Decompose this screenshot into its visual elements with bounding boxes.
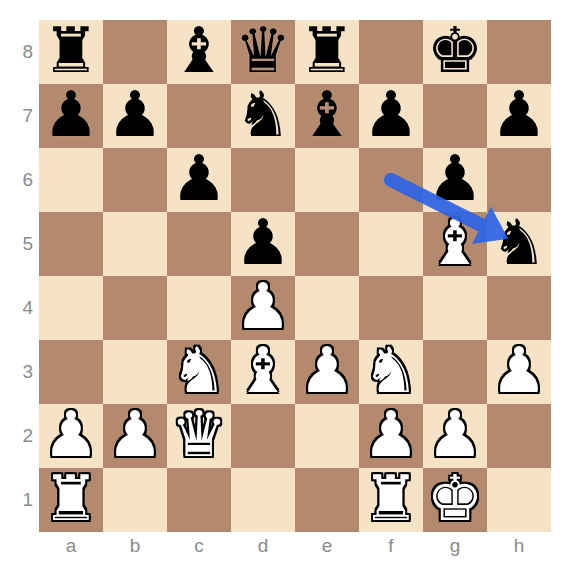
square-h6[interactable] xyxy=(487,148,551,212)
piece-black-pawn[interactable]: ♟ xyxy=(171,147,227,210)
file-label-f: f xyxy=(359,532,423,560)
piece-white-pawn[interactable]: ♟ xyxy=(235,275,291,338)
square-e3[interactable]: ♟ xyxy=(295,340,359,404)
piece-white-bishop[interactable]: ♝ xyxy=(427,211,483,274)
rank-labels: 87654321 xyxy=(0,20,33,532)
piece-black-bishop[interactable]: ♝ xyxy=(299,83,355,146)
square-d4[interactable]: ♟ xyxy=(231,276,295,340)
piece-black-bishop[interactable]: ♝ xyxy=(171,19,227,82)
square-a7[interactable]: ♟ xyxy=(39,84,103,148)
square-g2[interactable]: ♟ xyxy=(423,404,487,468)
piece-white-pawn[interactable]: ♟ xyxy=(427,403,483,466)
piece-black-knight[interactable]: ♞ xyxy=(235,83,291,146)
piece-white-pawn[interactable]: ♟ xyxy=(107,403,163,466)
file-label-g: g xyxy=(423,532,487,560)
square-f5[interactable] xyxy=(359,212,423,276)
square-a3[interactable] xyxy=(39,340,103,404)
square-b2[interactable]: ♟ xyxy=(103,404,167,468)
file-label-a: a xyxy=(39,532,103,560)
square-h2[interactable] xyxy=(487,404,551,468)
square-e5[interactable] xyxy=(295,212,359,276)
square-a1[interactable]: ♜ xyxy=(39,468,103,532)
square-f6[interactable] xyxy=(359,148,423,212)
square-h4[interactable] xyxy=(487,276,551,340)
file-label-h: h xyxy=(487,532,551,560)
chess-board-screenshot: 87654321 ♜♝♛♜♚♟♟♞♝♟♟♟♟♟♝♞♟♞♝♟♞♟♟♟♛♟♟♜♜♚ … xyxy=(0,0,568,562)
square-b7[interactable]: ♟ xyxy=(103,84,167,148)
rank-label-5: 5 xyxy=(0,212,33,276)
square-d5[interactable]: ♟ xyxy=(231,212,295,276)
square-c4[interactable] xyxy=(167,276,231,340)
piece-black-pawn[interactable]: ♟ xyxy=(491,83,547,146)
square-c8[interactable]: ♝ xyxy=(167,20,231,84)
square-b3[interactable] xyxy=(103,340,167,404)
square-f8[interactable] xyxy=(359,20,423,84)
piece-white-king[interactable]: ♚ xyxy=(427,467,483,530)
square-e8[interactable]: ♜ xyxy=(295,20,359,84)
square-c7[interactable] xyxy=(167,84,231,148)
square-e7[interactable]: ♝ xyxy=(295,84,359,148)
file-labels: abcdefgh xyxy=(39,532,551,560)
rank-label-8: 8 xyxy=(0,20,33,84)
square-d8[interactable]: ♛ xyxy=(231,20,295,84)
square-h7[interactable]: ♟ xyxy=(487,84,551,148)
piece-white-bishop[interactable]: ♝ xyxy=(235,339,291,402)
square-a4[interactable] xyxy=(39,276,103,340)
square-e1[interactable] xyxy=(295,468,359,532)
piece-white-pawn[interactable]: ♟ xyxy=(363,403,419,466)
square-c5[interactable] xyxy=(167,212,231,276)
square-f4[interactable] xyxy=(359,276,423,340)
piece-black-queen[interactable]: ♛ xyxy=(235,19,291,82)
piece-white-pawn[interactable]: ♟ xyxy=(491,339,547,402)
square-c1[interactable] xyxy=(167,468,231,532)
square-e4[interactable] xyxy=(295,276,359,340)
square-e2[interactable] xyxy=(295,404,359,468)
square-b5[interactable] xyxy=(103,212,167,276)
square-d6[interactable] xyxy=(231,148,295,212)
square-a5[interactable] xyxy=(39,212,103,276)
piece-black-pawn[interactable]: ♟ xyxy=(427,147,483,210)
square-f3[interactable]: ♞ xyxy=(359,340,423,404)
square-h3[interactable]: ♟ xyxy=(487,340,551,404)
square-d2[interactable] xyxy=(231,404,295,468)
square-b6[interactable] xyxy=(103,148,167,212)
square-e6[interactable] xyxy=(295,148,359,212)
piece-black-rook[interactable]: ♜ xyxy=(299,19,355,82)
square-f1[interactable]: ♜ xyxy=(359,468,423,532)
rank-label-1: 1 xyxy=(0,468,33,532)
square-c6[interactable]: ♟ xyxy=(167,148,231,212)
piece-black-pawn[interactable]: ♟ xyxy=(363,83,419,146)
square-a8[interactable]: ♜ xyxy=(39,20,103,84)
square-f2[interactable]: ♟ xyxy=(359,404,423,468)
piece-black-king[interactable]: ♚ xyxy=(427,19,483,82)
piece-black-knight[interactable]: ♞ xyxy=(491,211,547,274)
file-label-c: c xyxy=(167,532,231,560)
piece-black-pawn[interactable]: ♟ xyxy=(235,211,291,274)
file-label-e: e xyxy=(295,532,359,560)
file-label-b: b xyxy=(103,532,167,560)
file-label-d: d xyxy=(231,532,295,560)
square-h8[interactable] xyxy=(487,20,551,84)
square-g6[interactable]: ♟ xyxy=(423,148,487,212)
rank-label-3: 3 xyxy=(0,340,33,404)
piece-white-queen[interactable]: ♛ xyxy=(171,403,227,466)
square-d3[interactable]: ♝ xyxy=(231,340,295,404)
rank-label-7: 7 xyxy=(0,84,33,148)
square-g7[interactable] xyxy=(423,84,487,148)
square-a6[interactable] xyxy=(39,148,103,212)
piece-white-knight[interactable]: ♞ xyxy=(363,339,419,402)
square-c3[interactable]: ♞ xyxy=(167,340,231,404)
rank-label-2: 2 xyxy=(0,404,33,468)
piece-white-rook[interactable]: ♜ xyxy=(363,467,419,530)
square-g4[interactable] xyxy=(423,276,487,340)
square-h5[interactable]: ♞ xyxy=(487,212,551,276)
square-c2[interactable]: ♛ xyxy=(167,404,231,468)
square-b4[interactable] xyxy=(103,276,167,340)
square-g3[interactable] xyxy=(423,340,487,404)
piece-white-knight[interactable]: ♞ xyxy=(171,339,227,402)
square-b8[interactable] xyxy=(103,20,167,84)
square-g5[interactable]: ♝ xyxy=(423,212,487,276)
piece-black-pawn[interactable]: ♟ xyxy=(107,83,163,146)
square-d1[interactable] xyxy=(231,468,295,532)
rank-label-4: 4 xyxy=(0,276,33,340)
piece-black-rook[interactable]: ♜ xyxy=(43,19,99,82)
square-d7[interactable]: ♞ xyxy=(231,84,295,148)
piece-white-pawn[interactable]: ♟ xyxy=(43,403,99,466)
square-g1[interactable]: ♚ xyxy=(423,468,487,532)
square-g8[interactable]: ♚ xyxy=(423,20,487,84)
chess-board: ♜♝♛♜♚♟♟♞♝♟♟♟♟♟♝♞♟♞♝♟♞♟♟♟♛♟♟♜♜♚ xyxy=(39,20,551,532)
piece-white-pawn[interactable]: ♟ xyxy=(299,339,355,402)
rank-label-6: 6 xyxy=(0,148,33,212)
square-h1[interactable] xyxy=(487,468,551,532)
square-a2[interactable]: ♟ xyxy=(39,404,103,468)
square-b1[interactable] xyxy=(103,468,167,532)
square-f7[interactable]: ♟ xyxy=(359,84,423,148)
piece-white-rook[interactable]: ♜ xyxy=(43,467,99,530)
piece-black-pawn[interactable]: ♟ xyxy=(43,83,99,146)
